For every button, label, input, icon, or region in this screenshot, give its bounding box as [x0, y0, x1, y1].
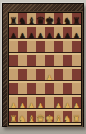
square-d3[interactable] [36, 83, 45, 97]
square-h2[interactable]: ♟ [72, 97, 81, 111]
piece-white-queen-d1[interactable]: ♛ [36, 114, 45, 124]
piece-white-pawn-c2[interactable]: ♟ [27, 103, 36, 110]
square-e2[interactable] [45, 97, 54, 111]
square-d1[interactable]: ♛ [36, 111, 45, 125]
square-g5[interactable] [63, 55, 72, 69]
square-h8[interactable]: ♜ [72, 13, 81, 27]
square-f3[interactable] [54, 83, 63, 97]
piece-black-bishop-f8[interactable]: ♝ [54, 17, 63, 26]
piece-black-pawn-g7[interactable]: ♟ [63, 33, 72, 40]
square-c6[interactable] [27, 41, 36, 55]
square-a3[interactable] [9, 83, 18, 97]
square-f5[interactable] [54, 55, 63, 69]
piece-black-pawn-a7[interactable]: ♟ [9, 33, 18, 40]
square-c7[interactable]: ♟ [27, 27, 36, 41]
piece-white-pawn-b2[interactable]: ♟ [18, 103, 27, 110]
square-a7[interactable]: ♟ [9, 27, 18, 41]
square-f8[interactable]: ♝ [54, 13, 63, 27]
square-b3[interactable] [18, 83, 27, 97]
square-g7[interactable]: ♟ [63, 27, 72, 41]
square-g3[interactable] [63, 83, 72, 97]
square-e1[interactable]: ♚ [45, 111, 54, 125]
square-f7[interactable]: ♟ [54, 27, 63, 41]
square-g6[interactable] [63, 41, 72, 55]
square-h3[interactable] [72, 83, 81, 97]
piece-white-pawn-f2[interactable]: ♟ [54, 103, 63, 110]
square-e6[interactable] [45, 41, 54, 55]
square-b2[interactable]: ♟ [18, 97, 27, 111]
square-e5[interactable] [45, 55, 54, 69]
square-c4[interactable] [27, 69, 36, 83]
square-d5[interactable] [36, 55, 45, 69]
piece-black-rook-a8[interactable]: ♜ [9, 17, 18, 26]
square-c2[interactable]: ♟ [27, 97, 36, 111]
piece-white-pawn-g2[interactable]: ♟ [63, 103, 72, 110]
square-h4[interactable] [72, 69, 81, 83]
piece-black-queen-d8[interactable]: ♛ [36, 16, 45, 26]
piece-white-pawn-e4[interactable]: ♟ [45, 75, 54, 82]
piece-white-pawn-d2[interactable]: ♟ [36, 103, 45, 110]
square-h5[interactable] [72, 55, 81, 69]
piece-white-rook-h1[interactable]: ♜ [72, 115, 81, 124]
square-f6[interactable] [54, 41, 63, 55]
square-f1[interactable]: ♝ [54, 111, 63, 125]
piece-white-pawn-a2[interactable]: ♟ [9, 103, 18, 110]
square-d8[interactable]: ♛ [36, 13, 45, 27]
square-b4[interactable] [18, 69, 27, 83]
square-c8[interactable]: ♝ [27, 13, 36, 27]
square-d2[interactable]: ♟ [36, 97, 45, 111]
square-d6[interactable] [36, 41, 45, 55]
square-h6[interactable] [72, 41, 81, 55]
square-e7[interactable]: ♟ [45, 27, 54, 41]
piece-black-bishop-c8[interactable]: ♝ [27, 17, 36, 26]
square-g8[interactable]: ♞ [63, 13, 72, 27]
square-f4[interactable] [54, 69, 63, 83]
square-h7[interactable]: ♟ [72, 27, 81, 41]
square-b1[interactable]: ♞ [18, 111, 27, 125]
piece-black-king-e8[interactable]: ♚ [45, 16, 54, 26]
square-a8[interactable]: ♜ [9, 13, 18, 27]
square-a4[interactable] [9, 69, 18, 83]
piece-black-pawn-c7[interactable]: ♟ [27, 33, 36, 40]
square-e8[interactable]: ♚ [45, 13, 54, 27]
piece-white-king-e1[interactable]: ♚ [45, 114, 54, 124]
piece-black-pawn-e7[interactable]: ♟ [45, 33, 54, 40]
square-a6[interactable] [9, 41, 18, 55]
piece-black-pawn-f7[interactable]: ♟ [54, 33, 63, 40]
piece-black-pawn-d7[interactable]: ♟ [36, 33, 45, 40]
square-a1[interactable]: ♜ [9, 111, 18, 125]
square-b8[interactable]: ♞ [18, 13, 27, 27]
square-b5[interactable] [18, 55, 27, 69]
square-g1[interactable]: ♞ [63, 111, 72, 125]
square-c5[interactable] [27, 55, 36, 69]
piece-black-knight-g8[interactable]: ♞ [63, 17, 72, 26]
square-b7[interactable]: ♟ [18, 27, 27, 41]
square-e4[interactable]: ♟ [45, 69, 54, 83]
square-g2[interactable]: ♟ [63, 97, 72, 111]
piece-white-knight-b1[interactable]: ♞ [18, 115, 27, 124]
square-c1[interactable]: ♝ [27, 111, 36, 125]
square-a5[interactable] [9, 55, 18, 69]
square-c3[interactable] [27, 83, 36, 97]
square-b6[interactable] [18, 41, 27, 55]
square-e3[interactable] [45, 83, 54, 97]
piece-white-knight-g1[interactable]: ♞ [63, 115, 72, 124]
piece-black-rook-h8[interactable]: ♜ [72, 17, 81, 26]
piece-black-knight-b8[interactable]: ♞ [18, 17, 27, 26]
wall-background: ♜♞♝♛♚♝♞♜♟♟♟♟♟♟♟♟♟♟♟♟♟♟♟♟♜♞♝♛♚♝♞♜ [0, 0, 86, 134]
picture-frame: ♜♞♝♛♚♝♞♜♟♟♟♟♟♟♟♟♟♟♟♟♟♟♟♟♜♞♝♛♚♝♞♜ [2, 3, 84, 127]
chess-board: ♜♞♝♛♚♝♞♜♟♟♟♟♟♟♟♟♟♟♟♟♟♟♟♟♜♞♝♛♚♝♞♜ [9, 13, 81, 125]
piece-white-bishop-c1[interactable]: ♝ [27, 115, 36, 124]
piece-black-pawn-b7[interactable]: ♟ [18, 33, 27, 40]
square-g4[interactable] [63, 69, 72, 83]
square-f2[interactable]: ♟ [54, 97, 63, 111]
square-d4[interactable] [36, 69, 45, 83]
square-a2[interactable]: ♟ [9, 97, 18, 111]
piece-white-pawn-h2[interactable]: ♟ [72, 103, 81, 110]
piece-white-rook-a1[interactable]: ♜ [9, 115, 18, 124]
square-h1[interactable]: ♜ [72, 111, 81, 125]
piece-white-bishop-f1[interactable]: ♝ [54, 115, 63, 124]
square-d7[interactable]: ♟ [36, 27, 45, 41]
piece-black-pawn-h7[interactable]: ♟ [72, 33, 81, 40]
